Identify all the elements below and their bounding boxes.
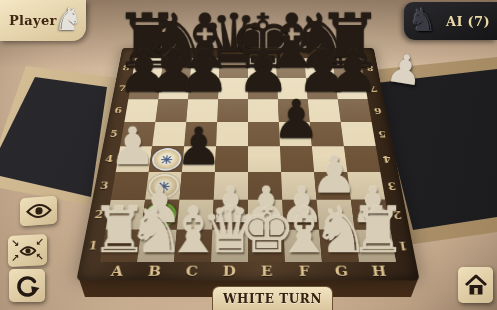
file-label-C: C <box>172 261 211 280</box>
game-screen: ♟ ♜♞♝♛♚♝♞♜♟♟♟♟♟♟♟♟♟♟♟♟♟♟♟♜♞♝♛♚♝♞♜ 88A77B… <box>0 0 497 310</box>
chess-board: ♜♞♝♛♚♝♞♜♟♟♟♟♟♟♟♟♟♟♟♟♟♟♟♜♞♝♛♚♝♞♜ 88A77B66… <box>76 48 419 281</box>
square-h1[interactable]: ♜ <box>355 230 396 262</box>
change-view-button[interactable]: ↘ ↙ ↗ ↖ <box>8 234 47 267</box>
square-f4[interactable] <box>280 146 314 172</box>
black-player-card: ♞ AI (7) <box>404 2 497 40</box>
undo-button[interactable] <box>9 269 45 302</box>
file-label-D: D <box>210 261 248 280</box>
rank-label-right-5: 5 <box>372 122 393 146</box>
file-label-A: A <box>97 261 137 280</box>
piece-black-pawn-f5[interactable]: ♟ <box>272 95 320 146</box>
board-grid: ♜♞♝♛♚♝♞♜♟♟♟♟♟♟♟♟♟♟♟♟♟♟♟♜♞♝♛♚♝♞♜ <box>100 58 396 262</box>
eye-icon <box>26 202 52 220</box>
square-f5[interactable]: ♟ <box>279 122 312 146</box>
square-e4[interactable] <box>248 146 281 172</box>
home-button[interactable] <box>458 267 493 303</box>
square-a4[interactable]: ♟ <box>116 146 152 172</box>
square-h6[interactable] <box>338 99 372 122</box>
square-h5[interactable] <box>341 122 376 146</box>
focus-view-icon: ↘ ↙ ↗ ↖ <box>8 234 47 267</box>
file-label-B: B <box>135 261 174 280</box>
captured-white-pawn: ♟ <box>384 47 422 92</box>
white-knight-icon: ♞ <box>54 1 83 38</box>
black-player-name: AI (7) <box>446 14 490 29</box>
compass-star-icon <box>159 154 173 165</box>
piece-black-pawn-c4[interactable]: ♟ <box>175 122 221 171</box>
undo-arrow-icon <box>14 273 40 299</box>
rank-label-right-4: 4 <box>376 146 398 172</box>
rank-label-right-1: 1 <box>390 230 416 262</box>
square-h7[interactable]: ♟ <box>335 78 368 99</box>
board-scene: ♜♞♝♛♚♝♞♜♟♟♟♟♟♟♟♟♟♟♟♟♟♟♟♜♞♝♛♚♝♞♜ 88A77B66… <box>80 0 416 282</box>
black-knight-icon: ♞ <box>409 2 437 39</box>
turn-banner: WHITE TURN <box>212 286 333 310</box>
white-player-card: Player ♞ <box>0 0 86 41</box>
square-c7[interactable]: ♟ <box>188 78 219 99</box>
eye-button[interactable] <box>20 196 57 227</box>
piece-black-pawn-c7[interactable]: ♟ <box>176 42 230 99</box>
rank-label-right-6: 6 <box>368 99 389 122</box>
file-label-H: H <box>359 261 399 280</box>
white-player-name: Player <box>0 13 57 28</box>
file-label-F: F <box>285 261 324 280</box>
square-c4[interactable]: ♟ <box>182 146 216 172</box>
home-icon <box>464 274 488 297</box>
rank-label-right-3: 3 <box>380 172 403 200</box>
file-label-E: E <box>248 261 286 280</box>
file-label-G: G <box>322 261 361 280</box>
